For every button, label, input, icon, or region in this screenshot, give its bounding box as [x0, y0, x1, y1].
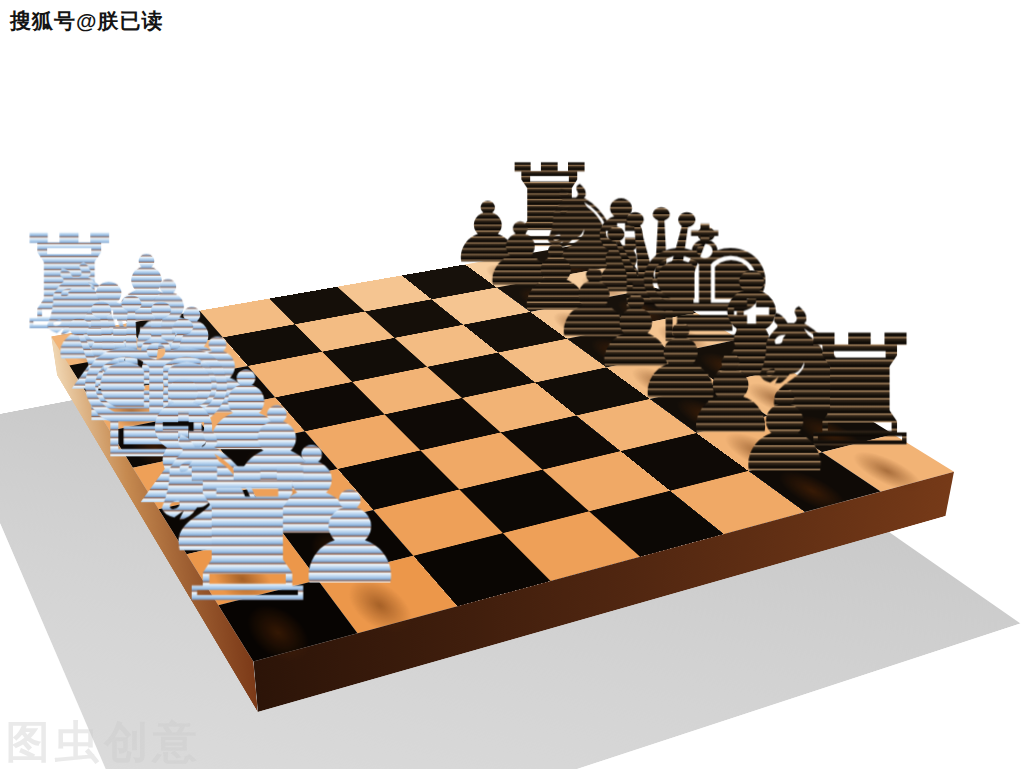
watermark-sohu: 搜狐号@朕已读: [10, 8, 163, 33]
chess-illustration-scene: 搜狐号@朕已读 ♜♞♝♛♚♝♞♜♟♟♟♟♟♟♟♟♟♟♟♟♟♟♟♟♜♞♝♛♚♝♞♜…: [0, 0, 1023, 769]
chess-board: ♜♞♝♛♚♝♞♜♟♟♟♟♟♟♟♟♟♟♟♟♟♟♟♟♜♞♝♛♚♝♞♜: [51, 244, 954, 662]
white-rook[interactable]: ♜: [127, 446, 368, 629]
black-pawn[interactable]: ♟: [682, 376, 889, 488]
watermark-tuchong: 图虫创意: [6, 720, 202, 764]
